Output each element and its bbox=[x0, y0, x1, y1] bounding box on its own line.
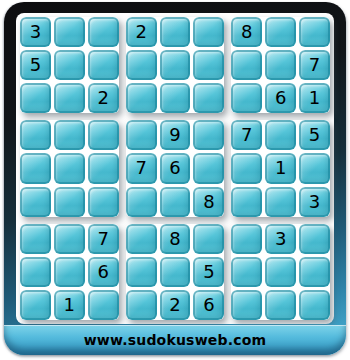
cell-r8c8[interactable] bbox=[265, 257, 296, 287]
cell-r6c9[interactable]: 3 bbox=[299, 187, 330, 217]
cell-r7c5[interactable]: 8 bbox=[160, 224, 191, 254]
cell-r4c1[interactable] bbox=[20, 120, 51, 150]
cell-r1c6[interactable] bbox=[193, 17, 224, 47]
cell-r2c5[interactable] bbox=[160, 50, 191, 80]
board-frame: 352287619768751376185263 www.sudokusweb.… bbox=[4, 2, 346, 355]
cell-r7c8[interactable]: 3 bbox=[265, 224, 296, 254]
cell-r8c3[interactable]: 6 bbox=[88, 257, 119, 287]
cell-r5c4[interactable]: 7 bbox=[126, 153, 157, 183]
cell-r2c9[interactable]: 7 bbox=[299, 50, 330, 80]
cell-r3c5[interactable] bbox=[160, 83, 191, 113]
cell-r6c3[interactable] bbox=[88, 187, 119, 217]
cell-r6c6[interactable]: 8 bbox=[193, 187, 224, 217]
cell-r6c4[interactable] bbox=[126, 187, 157, 217]
cell-r1c1[interactable]: 3 bbox=[20, 17, 51, 47]
cell-r7c3[interactable]: 7 bbox=[88, 224, 119, 254]
box-2: 2 bbox=[126, 17, 225, 113]
sudoku-board: 352287619768751376185263 bbox=[16, 13, 334, 324]
cell-r9c2[interactable]: 1 bbox=[54, 290, 85, 320]
box-3: 8761 bbox=[231, 17, 330, 113]
cell-r3c2[interactable] bbox=[54, 83, 85, 113]
cell-r2c6[interactable] bbox=[193, 50, 224, 80]
cell-r7c9[interactable] bbox=[299, 224, 330, 254]
cell-r7c4[interactable] bbox=[126, 224, 157, 254]
box-9: 3 bbox=[231, 224, 330, 320]
cell-r4c6[interactable] bbox=[193, 120, 224, 150]
cell-r8c1[interactable] bbox=[20, 257, 51, 287]
cell-r8c9[interactable] bbox=[299, 257, 330, 287]
cell-r5c5[interactable]: 6 bbox=[160, 153, 191, 183]
cell-r5c3[interactable] bbox=[88, 153, 119, 183]
cell-r9c7[interactable] bbox=[231, 290, 262, 320]
box-5: 9768 bbox=[126, 120, 225, 216]
cell-r5c8[interactable]: 1 bbox=[265, 153, 296, 183]
box-6: 7513 bbox=[231, 120, 330, 216]
cell-r1c5[interactable] bbox=[160, 17, 191, 47]
cell-r3c1[interactable] bbox=[20, 83, 51, 113]
cell-r9c9[interactable] bbox=[299, 290, 330, 320]
cell-r4c3[interactable] bbox=[88, 120, 119, 150]
cell-r8c7[interactable] bbox=[231, 257, 262, 287]
cell-r5c2[interactable] bbox=[54, 153, 85, 183]
cell-r3c9[interactable]: 1 bbox=[299, 83, 330, 113]
cell-r9c8[interactable] bbox=[265, 290, 296, 320]
cell-r1c8[interactable] bbox=[265, 17, 296, 47]
cell-r9c3[interactable] bbox=[88, 290, 119, 320]
cell-r3c3[interactable]: 2 bbox=[88, 83, 119, 113]
cell-r6c5[interactable] bbox=[160, 187, 191, 217]
cell-r2c7[interactable] bbox=[231, 50, 262, 80]
cell-r2c2[interactable] bbox=[54, 50, 85, 80]
cell-r5c7[interactable] bbox=[231, 153, 262, 183]
cell-r4c7[interactable]: 7 bbox=[231, 120, 262, 150]
cell-r1c9[interactable] bbox=[299, 17, 330, 47]
cell-r2c3[interactable] bbox=[88, 50, 119, 80]
cell-r3c8[interactable]: 6 bbox=[265, 83, 296, 113]
cell-r5c1[interactable] bbox=[20, 153, 51, 183]
cell-r2c8[interactable] bbox=[265, 50, 296, 80]
cell-r1c7[interactable]: 8 bbox=[231, 17, 262, 47]
cell-r7c2[interactable] bbox=[54, 224, 85, 254]
cell-r4c9[interactable]: 5 bbox=[299, 120, 330, 150]
box-8: 8526 bbox=[126, 224, 225, 320]
cell-r1c4[interactable]: 2 bbox=[126, 17, 157, 47]
box-1: 352 bbox=[20, 17, 119, 113]
cell-r5c9[interactable] bbox=[299, 153, 330, 183]
box-7: 761 bbox=[20, 224, 119, 320]
cell-r7c6[interactable] bbox=[193, 224, 224, 254]
cell-r8c5[interactable] bbox=[160, 257, 191, 287]
cell-r4c4[interactable] bbox=[126, 120, 157, 150]
cell-r2c1[interactable]: 5 bbox=[20, 50, 51, 80]
cell-r5c6[interactable] bbox=[193, 153, 224, 183]
cell-r4c2[interactable] bbox=[54, 120, 85, 150]
sudoku-page: 352287619768751376185263 www.sudokusweb.… bbox=[0, 0, 350, 360]
cell-r7c7[interactable] bbox=[231, 224, 262, 254]
cell-r8c4[interactable] bbox=[126, 257, 157, 287]
cell-r1c3[interactable] bbox=[88, 17, 119, 47]
cell-r3c7[interactable] bbox=[231, 83, 262, 113]
cell-r7c1[interactable] bbox=[20, 224, 51, 254]
cell-r3c6[interactable] bbox=[193, 83, 224, 113]
website-label: www.sudokusweb.com bbox=[84, 332, 267, 348]
cell-r8c2[interactable] bbox=[54, 257, 85, 287]
box-4 bbox=[20, 120, 119, 216]
cell-r9c1[interactable] bbox=[20, 290, 51, 320]
cell-r1c2[interactable] bbox=[54, 17, 85, 47]
cell-r9c4[interactable] bbox=[126, 290, 157, 320]
cell-r6c2[interactable] bbox=[54, 187, 85, 217]
cell-r6c8[interactable] bbox=[265, 187, 296, 217]
cell-r6c1[interactable] bbox=[20, 187, 51, 217]
cell-r9c6[interactable]: 6 bbox=[193, 290, 224, 320]
cell-r2c4[interactable] bbox=[126, 50, 157, 80]
cell-r3c4[interactable] bbox=[126, 83, 157, 113]
footer-bar: www.sudokusweb.com bbox=[4, 325, 346, 355]
cell-r6c7[interactable] bbox=[231, 187, 262, 217]
cell-r9c5[interactable]: 2 bbox=[160, 290, 191, 320]
cell-r4c5[interactable]: 9 bbox=[160, 120, 191, 150]
cell-r4c8[interactable] bbox=[265, 120, 296, 150]
cell-r8c6[interactable]: 5 bbox=[193, 257, 224, 287]
